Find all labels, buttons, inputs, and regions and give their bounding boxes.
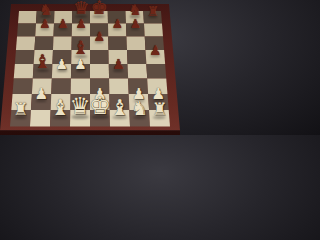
piece-white-queen-d1[interactable]: ♛ xyxy=(70,95,91,118)
piece-black-pawn-f4[interactable]: ♟ xyxy=(112,58,124,72)
piece-white-rook-h1[interactable]: ♜ xyxy=(152,101,168,118)
piece-white-rook-a1[interactable]: ♜ xyxy=(13,101,29,118)
piece-white-pawn-b2[interactable]: ♟ xyxy=(34,87,48,102)
chess-board-scene: ♞♛♚♞♜♟♟♟♟♟♟♝♟♝♟♟♟♟♟♟♟♜♝♛♚♝♞♜ xyxy=(0,0,180,135)
piece-black-knight-g8[interactable]: ♞ xyxy=(128,3,141,17)
piece-white-king-e1[interactable]: ♚ xyxy=(89,94,111,119)
piece-black-pawn-g7[interactable]: ♟ xyxy=(130,18,141,30)
piece-black-rook-h8[interactable]: ♜ xyxy=(147,5,159,18)
piece-black-pawn-f7[interactable]: ♟ xyxy=(112,18,123,30)
piece-white-pawn-d4[interactable]: ♟ xyxy=(74,58,86,72)
piece-black-pawn-e6[interactable]: ♟ xyxy=(93,31,105,44)
piece-white-bishop-f1[interactable]: ♝ xyxy=(110,97,129,118)
piece-black-pawn-d7[interactable]: ♟ xyxy=(75,18,86,30)
piece-black-king-e8[interactable]: ♚ xyxy=(91,0,108,18)
piece-black-queen-d8[interactable]: ♛ xyxy=(73,0,89,18)
piece-black-pawn-c7[interactable]: ♟ xyxy=(57,18,68,30)
piece-black-pawn-b7[interactable]: ♟ xyxy=(39,18,50,30)
piece-white-pawn-c4[interactable]: ♟ xyxy=(55,58,67,72)
pieces-layer: ♞♛♚♞♜♟♟♟♟♟♟♝♟♝♟♟♟♟♟♟♟♜♝♛♚♝♞♜ xyxy=(0,0,180,135)
piece-black-bishop-b4[interactable]: ♝ xyxy=(34,53,51,72)
piece-black-bishop-d5[interactable]: ♝ xyxy=(73,39,89,57)
piece-white-knight-g1[interactable]: ♞ xyxy=(131,99,148,118)
piece-white-bishop-c1[interactable]: ♝ xyxy=(51,97,70,118)
piece-black-knight-b8[interactable]: ♞ xyxy=(39,3,52,17)
piece-black-pawn-h5[interactable]: ♟ xyxy=(149,44,161,57)
